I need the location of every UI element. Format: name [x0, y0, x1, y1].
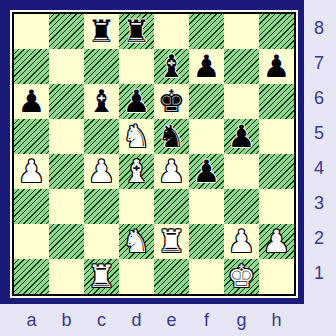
square-c4[interactable]: ♟ [84, 154, 119, 189]
square-b3[interactable] [49, 189, 84, 224]
white-pawn: ♟ [88, 154, 116, 189]
black-bishop: ♝ [158, 49, 186, 84]
rank-label-8: 8 [304, 12, 334, 47]
square-h7[interactable]: ♟ [259, 49, 294, 84]
square-b7[interactable] [49, 49, 84, 84]
rank-label-7: 7 [304, 47, 334, 82]
square-h3[interactable] [259, 189, 294, 224]
square-d5[interactable]: ♞ [119, 119, 154, 154]
square-f7[interactable]: ♟ [189, 49, 224, 84]
file-label-f: f [189, 306, 224, 334]
square-b1[interactable] [49, 259, 84, 294]
rank-label-3: 3 [304, 187, 334, 222]
square-a4[interactable]: ♟ [14, 154, 49, 189]
file-label-a: a [14, 306, 49, 334]
square-e5[interactable]: ♞ [154, 119, 189, 154]
square-b6[interactable] [49, 84, 84, 119]
file-label-e: e [154, 306, 189, 334]
white-knight: ♞ [123, 224, 151, 259]
square-d2[interactable]: ♞ [119, 224, 154, 259]
square-c1[interactable]: ♜ [84, 259, 119, 294]
square-b5[interactable] [49, 119, 84, 154]
square-d8[interactable]: ♜ [119, 14, 154, 49]
black-rook: ♜ [123, 14, 151, 49]
board-gap-line: ♜♜♝♟♟♟♝♟♚♞♞♟♟♟♝♟♟♞♜♟♟♜♚ [10, 10, 298, 298]
black-pawn: ♟ [193, 49, 221, 84]
square-f2[interactable] [189, 224, 224, 259]
square-d1[interactable] [119, 259, 154, 294]
square-e2[interactable]: ♜ [154, 224, 189, 259]
square-g2[interactable]: ♟ [224, 224, 259, 259]
black-pawn: ♟ [123, 84, 151, 119]
square-h1[interactable] [259, 259, 294, 294]
square-e3[interactable] [154, 189, 189, 224]
square-c2[interactable] [84, 224, 119, 259]
white-bishop: ♝ [123, 154, 151, 189]
square-e8[interactable] [154, 14, 189, 49]
chess-board: ♜♜♝♟♟♟♝♟♚♞♞♟♟♟♝♟♟♞♜♟♟♜♚ [14, 14, 294, 294]
file-label-c: c [84, 306, 119, 334]
square-h6[interactable] [259, 84, 294, 119]
square-g7[interactable] [224, 49, 259, 84]
square-f5[interactable] [189, 119, 224, 154]
square-f6[interactable] [189, 84, 224, 119]
black-bishop: ♝ [88, 84, 116, 119]
square-h8[interactable] [259, 14, 294, 49]
square-b2[interactable] [49, 224, 84, 259]
square-c3[interactable] [84, 189, 119, 224]
black-king: ♚ [158, 84, 186, 119]
square-f4[interactable]: ♟ [189, 154, 224, 189]
board-inner-border: ♜♜♝♟♟♟♝♟♚♞♞♟♟♟♝♟♟♞♜♟♟♜♚ [12, 12, 296, 296]
square-c5[interactable] [84, 119, 119, 154]
square-a6[interactable]: ♟ [14, 84, 49, 119]
square-d6[interactable]: ♟ [119, 84, 154, 119]
square-g3[interactable] [224, 189, 259, 224]
square-d4[interactable]: ♝ [119, 154, 154, 189]
file-label-h: h [259, 306, 294, 334]
white-pawn: ♟ [228, 224, 256, 259]
square-g4[interactable] [224, 154, 259, 189]
square-c8[interactable]: ♜ [84, 14, 119, 49]
rank-label-5: 5 [304, 117, 334, 152]
square-h2[interactable]: ♟ [259, 224, 294, 259]
square-e6[interactable]: ♚ [154, 84, 189, 119]
square-f8[interactable] [189, 14, 224, 49]
square-g5[interactable]: ♟ [224, 119, 259, 154]
white-pawn: ♟ [158, 154, 186, 189]
square-d7[interactable] [119, 49, 154, 84]
rank-label-6: 6 [304, 82, 334, 117]
square-a7[interactable] [14, 49, 49, 84]
square-a3[interactable] [14, 189, 49, 224]
square-b8[interactable] [49, 14, 84, 49]
white-pawn: ♟ [263, 224, 291, 259]
black-knight: ♞ [158, 119, 186, 154]
white-rook: ♜ [88, 259, 116, 294]
file-label-d: d [119, 306, 154, 334]
rank-label-1: 1 [304, 257, 334, 292]
white-pawn: ♟ [18, 154, 46, 189]
rank-labels: 87654321 [304, 12, 334, 292]
square-a5[interactable] [14, 119, 49, 154]
square-c6[interactable]: ♝ [84, 84, 119, 119]
rank-label-4: 4 [304, 152, 334, 187]
black-pawn: ♟ [18, 84, 46, 119]
black-rook: ♜ [88, 14, 116, 49]
square-f1[interactable] [189, 259, 224, 294]
white-knight: ♞ [123, 119, 151, 154]
square-g1[interactable]: ♚ [224, 259, 259, 294]
square-c7[interactable] [84, 49, 119, 84]
black-pawn: ♟ [228, 119, 256, 154]
chess-diagram: ♜♜♝♟♟♟♝♟♚♞♞♟♟♟♝♟♟♞♜♟♟♜♚ abcdefgh 8765432… [0, 0, 336, 336]
file-label-b: b [49, 306, 84, 334]
rank-label-2: 2 [304, 222, 334, 257]
square-e4[interactable]: ♟ [154, 154, 189, 189]
square-a1[interactable] [14, 259, 49, 294]
square-g8[interactable] [224, 14, 259, 49]
file-labels: abcdefgh [14, 306, 294, 334]
square-d3[interactable] [119, 189, 154, 224]
black-pawn: ♟ [193, 154, 221, 189]
square-b4[interactable] [49, 154, 84, 189]
white-rook: ♜ [158, 224, 186, 259]
square-a2[interactable] [14, 224, 49, 259]
square-h4[interactable] [259, 154, 294, 189]
white-king: ♚ [228, 259, 256, 294]
square-e7[interactable]: ♝ [154, 49, 189, 84]
black-pawn: ♟ [263, 49, 291, 84]
board-frame: ♜♜♝♟♟♟♝♟♚♞♞♟♟♟♝♟♟♞♜♟♟♜♚ [0, 0, 304, 304]
square-h5[interactable] [259, 119, 294, 154]
file-label-g: g [224, 306, 259, 334]
square-f3[interactable] [189, 189, 224, 224]
square-e1[interactable] [154, 259, 189, 294]
square-g6[interactable] [224, 84, 259, 119]
square-a8[interactable] [14, 14, 49, 49]
